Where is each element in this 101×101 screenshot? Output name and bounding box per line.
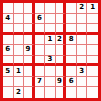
- cell-r4c6[interactable]: 2: [56, 35, 67, 46]
- cell-r3c8[interactable]: [77, 24, 88, 35]
- cell-r6c6[interactable]: [56, 56, 67, 67]
- cell-r5c2[interactable]: [14, 45, 25, 56]
- cell-r3c4[interactable]: [35, 24, 46, 35]
- given-digit: 2: [79, 4, 84, 11]
- cell-r9c9[interactable]: [87, 87, 98, 98]
- cell-r5c7[interactable]: [66, 45, 77, 56]
- cell-r9c5[interactable]: [45, 87, 56, 98]
- cell-r8c7[interactable]: 6: [66, 77, 77, 88]
- cell-r1c9[interactable]: 1: [87, 3, 98, 14]
- cell-r2c6[interactable]: [56, 14, 67, 25]
- cell-r7c8[interactable]: 3: [77, 66, 88, 77]
- cell-r4c3[interactable]: [24, 35, 35, 46]
- cell-r9c4[interactable]: [35, 87, 46, 98]
- given-digit: 2: [57, 36, 62, 43]
- cell-r1c2[interactable]: [14, 3, 25, 14]
- cell-r3c3[interactable]: [24, 24, 35, 35]
- given-digit: 4: [5, 15, 10, 22]
- cell-r5c4[interactable]: [35, 45, 46, 56]
- given-digit: 7: [37, 78, 42, 85]
- cell-r1c8[interactable]: 2: [77, 3, 88, 14]
- cell-r3c7[interactable]: [66, 24, 77, 35]
- cell-r6c7[interactable]: [66, 56, 77, 67]
- given-digit: 3: [79, 68, 84, 75]
- cell-r4c9[interactable]: [87, 35, 98, 46]
- cell-r8c9[interactable]: [87, 77, 98, 88]
- cell-r6c9[interactable]: [87, 56, 98, 67]
- cell-r7c1[interactable]: 5: [3, 66, 14, 77]
- cell-r1c3[interactable]: [24, 3, 35, 14]
- cell-r4c1[interactable]: [3, 35, 14, 46]
- cell-r2c9[interactable]: [87, 14, 98, 25]
- given-digit: 1: [48, 36, 53, 43]
- cell-r2c1[interactable]: 4: [3, 14, 14, 25]
- cell-r9c3[interactable]: [24, 87, 35, 98]
- cell-r5c3[interactable]: 9: [24, 45, 35, 56]
- cell-r8c1[interactable]: [3, 77, 14, 88]
- cell-r2c4[interactable]: 6: [35, 14, 46, 25]
- given-digit: 2: [16, 89, 21, 96]
- cell-r5c9[interactable]: [87, 45, 98, 56]
- cell-r7c2[interactable]: 1: [14, 66, 25, 77]
- cell-r8c8[interactable]: [77, 77, 88, 88]
- cell-r9c2[interactable]: 2: [14, 87, 25, 98]
- cell-r2c8[interactable]: [77, 14, 88, 25]
- cell-r6c5[interactable]: 3: [45, 56, 56, 67]
- cell-r6c2[interactable]: [14, 56, 25, 67]
- given-digit: 6: [69, 78, 74, 85]
- given-digit: 5: [5, 68, 10, 75]
- cell-r8c3[interactable]: [24, 77, 35, 88]
- cell-r3c9[interactable]: [87, 24, 98, 35]
- given-digit: 9: [57, 78, 62, 85]
- cell-r8c5[interactable]: [45, 77, 56, 88]
- cell-r1c6[interactable]: [56, 3, 67, 14]
- cell-r4c8[interactable]: [77, 35, 88, 46]
- cell-r7c9[interactable]: [87, 66, 98, 77]
- cell-r7c3[interactable]: [24, 66, 35, 77]
- cell-r3c2[interactable]: [14, 24, 25, 35]
- given-digit: 6: [37, 15, 42, 22]
- given-digit: 6: [5, 46, 10, 53]
- cell-r3c6[interactable]: [56, 24, 67, 35]
- cell-r2c3[interactable]: [24, 14, 35, 25]
- cell-r7c6[interactable]: [56, 66, 67, 77]
- cell-r9c7[interactable]: [66, 87, 77, 98]
- cell-r6c8[interactable]: [77, 56, 88, 67]
- cell-r5c8[interactable]: [77, 45, 88, 56]
- cell-r8c6[interactable]: 9: [56, 77, 67, 88]
- cell-r6c1[interactable]: [3, 56, 14, 67]
- cell-r3c5[interactable]: [45, 24, 56, 35]
- cell-r2c2[interactable]: [14, 14, 25, 25]
- cell-r1c1[interactable]: [3, 3, 14, 14]
- cell-r4c4[interactable]: [35, 35, 46, 46]
- cell-r1c7[interactable]: [66, 3, 77, 14]
- cell-r5c6[interactable]: [56, 45, 67, 56]
- cell-r1c5[interactable]: [45, 3, 56, 14]
- given-digit: 9: [25, 46, 30, 53]
- cell-r3c1[interactable]: [3, 24, 14, 35]
- cell-r2c5[interactable]: [45, 14, 56, 25]
- cell-r9c8[interactable]: [77, 87, 88, 98]
- cell-r7c4[interactable]: [35, 66, 46, 77]
- cell-r6c4[interactable]: [35, 56, 46, 67]
- given-digit: 8: [69, 36, 74, 43]
- given-digit: 3: [48, 56, 53, 63]
- sudoku-board: 21461286935137962: [0, 0, 101, 101]
- given-digit: 1: [90, 4, 95, 11]
- cell-r7c7[interactable]: [66, 66, 77, 77]
- cell-r8c4[interactable]: 7: [35, 77, 46, 88]
- cell-r6c3[interactable]: [24, 56, 35, 67]
- cell-r4c5[interactable]: 1: [45, 35, 56, 46]
- cell-r9c1[interactable]: [3, 87, 14, 98]
- cell-r4c7[interactable]: 8: [66, 35, 77, 46]
- cell-r7c5[interactable]: [45, 66, 56, 77]
- cell-r2c7[interactable]: [66, 14, 77, 25]
- cell-r8c2[interactable]: [14, 77, 25, 88]
- given-digit: 1: [16, 68, 21, 75]
- cell-r4c2[interactable]: [14, 35, 25, 46]
- cell-r1c4[interactable]: [35, 3, 46, 14]
- cell-r5c1[interactable]: 6: [3, 45, 14, 56]
- cell-r9c6[interactable]: [56, 87, 67, 98]
